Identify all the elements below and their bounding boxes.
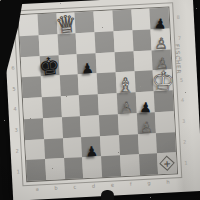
- piece-black-pawn-d6[interactable]: ♟: [80, 61, 93, 76]
- square-h3[interactable]: [155, 111, 175, 133]
- square-b2[interactable]: [44, 138, 64, 160]
- file-label: h: [166, 179, 169, 185]
- rank-label: 8: [177, 14, 180, 20]
- piece-white-pawn-g3[interactable]: ♙: [140, 120, 154, 135]
- square-f1[interactable]: [120, 154, 140, 176]
- board-sheet: + ♕♟♙♚♟♙♗♔♙♟♙♟ abcdefgh 87654321 8765432…: [3, 0, 200, 200]
- square-b1[interactable]: [45, 158, 65, 180]
- square-c1[interactable]: [64, 157, 84, 179]
- square-a4[interactable]: [23, 97, 43, 119]
- square-a5[interactable]: [22, 76, 42, 98]
- square-d7[interactable]: [76, 32, 96, 54]
- rank-label: 4: [181, 97, 184, 103]
- square-e5[interactable]: [97, 73, 117, 95]
- rank-label: 6: [11, 64, 14, 70]
- square-a8[interactable]: [19, 14, 39, 36]
- square-a3[interactable]: [24, 118, 44, 140]
- square-c4[interactable]: [60, 95, 80, 117]
- piece-white-bishop-f5[interactable]: ♗: [116, 75, 134, 95]
- rank-labels-right: 87654321: [176, 7, 188, 173]
- rank-label: 2: [183, 139, 186, 145]
- square-g6[interactable]: [133, 50, 153, 72]
- square-f7[interactable]: [113, 30, 133, 52]
- square-d4[interactable]: [79, 94, 99, 116]
- rank-label: 5: [12, 85, 15, 91]
- piece-white-queen-c8[interactable]: ♕: [54, 11, 78, 37]
- square-e1[interactable]: [101, 155, 121, 177]
- square-f2[interactable]: [119, 134, 139, 156]
- file-label: c: [73, 184, 76, 190]
- rank-label: 1: [184, 159, 187, 165]
- square-a1[interactable]: [26, 159, 46, 181]
- square-c2[interactable]: [63, 137, 83, 159]
- square-e3[interactable]: [99, 114, 119, 136]
- square-g1[interactable]: [139, 153, 159, 175]
- file-label: e: [111, 182, 114, 188]
- piece-black-pawn-h8[interactable]: ♟: [153, 16, 166, 31]
- dust-specks-dark: [0, 0, 1, 1]
- rank-label: 4: [13, 106, 16, 112]
- square-e7[interactable]: [95, 31, 115, 53]
- compass-rose-emblem: +: [160, 156, 174, 170]
- square-f8[interactable]: [112, 9, 132, 31]
- file-label: b: [54, 185, 57, 191]
- square-d3[interactable]: [80, 115, 100, 137]
- square-b3[interactable]: [43, 117, 63, 139]
- square-f6[interactable]: [114, 51, 134, 73]
- piece-black-pawn-d2[interactable]: ♟: [85, 144, 98, 159]
- square-a2[interactable]: [25, 139, 45, 161]
- square-b4[interactable]: [42, 96, 62, 118]
- square-c5[interactable]: [59, 75, 79, 97]
- square-e4[interactable]: [98, 93, 118, 115]
- piece-white-king-h5[interactable]: ♔: [150, 67, 175, 94]
- rank-label: 5: [180, 76, 183, 82]
- square-g7[interactable]: [132, 29, 152, 51]
- square-e2[interactable]: [100, 135, 120, 157]
- rank-label: 3: [182, 118, 185, 124]
- piece-black-king-b6[interactable]: ♚: [37, 54, 61, 81]
- rank-label: 2: [15, 147, 18, 153]
- rank-label: 7: [178, 35, 181, 41]
- file-label: a: [35, 185, 38, 191]
- square-c3[interactable]: [61, 116, 81, 138]
- chessboard: + ♕♟♙♚♟♙♗♔♙♟♙♟ abcdefgh 87654321 8765432…: [18, 6, 179, 182]
- file-label: d: [92, 183, 95, 189]
- piece-black-pawn-g4[interactable]: ♟: [139, 100, 152, 114]
- piece-white-pawn-f4[interactable]: ♙: [120, 100, 134, 115]
- piece-white-pawn-h7[interactable]: ♙: [154, 36, 168, 52]
- square-g8[interactable]: [131, 8, 151, 30]
- compass-rose-icon: +: [160, 156, 174, 170]
- offboard-black-piece[interactable]: [101, 190, 114, 200]
- rank-label: 3: [14, 127, 17, 133]
- file-label: f: [130, 181, 132, 187]
- square-h2[interactable]: [156, 132, 176, 154]
- square-e6[interactable]: [96, 52, 116, 74]
- rank-label: 1: [17, 168, 20, 174]
- photo-frame: + ♕♟♙♚♟♙♗♔♙♟♙♟ abcdefgh 87654321 8765432…: [0, 0, 200, 200]
- file-label: g: [147, 180, 150, 186]
- square-e8[interactable]: [93, 10, 113, 32]
